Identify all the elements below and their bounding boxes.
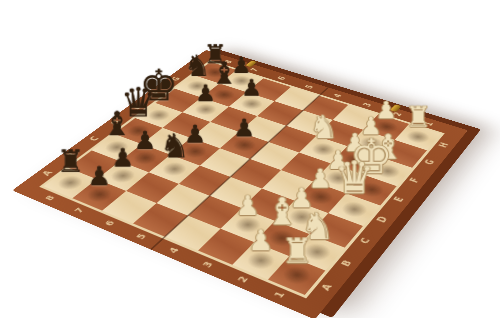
- piece-white-rook-a1[interactable]: ♜: [271, 232, 322, 276]
- piece-white-queen-d1[interactable]: ♛: [331, 155, 378, 212]
- scene: AA11BB22CC33DD44EE55FF66GG77HH88♜♝♛♚♞♜♟♟…: [0, 0, 500, 318]
- chess-board: AA11BB22CC33DD44EE55FF66GG77HH88♜♝♛♚♞♜♟♟…: [12, 50, 468, 318]
- piece-black-pawn-f7[interactable]: ♟: [185, 82, 226, 111]
- piece-black-knight-c6[interactable]: ♞: [152, 129, 197, 171]
- piece-black-pawn-a7[interactable]: ♟: [76, 163, 122, 196]
- piece-black-pawn-g6[interactable]: ♟: [232, 77, 272, 105]
- piece-black-pawn-e5[interactable]: ♟: [223, 116, 266, 146]
- product-photo-chess-set: AA11BB22CC33DD44EE55FF66GG77HH88♜♝♛♚♞♜♟♟…: [0, 0, 500, 318]
